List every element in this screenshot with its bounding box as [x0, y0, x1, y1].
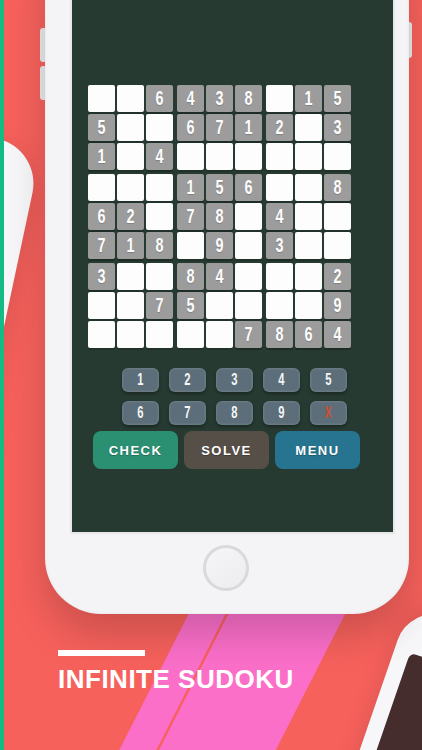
cell-digit: 7 [155, 292, 163, 320]
sudoku-cell-r2c3-empty[interactable] [146, 114, 173, 141]
cell-digit: 3 [215, 85, 223, 113]
sudoku-cell-r3c7-empty[interactable] [266, 143, 293, 170]
cell-digit: 3 [275, 232, 283, 260]
sudoku-cell-r9c4-empty[interactable] [177, 321, 204, 348]
sudoku-cell-r4c7-empty[interactable] [266, 174, 293, 201]
sudoku-cell-r1c9-given[interactable]: 5 [324, 85, 351, 112]
sudoku-cell-r7c2-empty[interactable] [117, 263, 144, 290]
phone-mockup: 651443867115236271815678984337845729864 … [45, 0, 409, 614]
sudoku-cell-r4c9-given[interactable]: 8 [324, 174, 351, 201]
cell-digit: 4 [333, 321, 341, 349]
sudoku-cell-r3c8-empty[interactable] [295, 143, 322, 170]
sudoku-cell-r9c8-given[interactable]: 6 [295, 321, 322, 348]
sudoku-cell-r6c9-empty[interactable] [324, 232, 351, 259]
sudoku-cell-r3c4-empty[interactable] [177, 143, 204, 170]
sudoku-cell-r5c9-empty[interactable] [324, 203, 351, 230]
sudoku-cell-r8c6-empty[interactable] [235, 292, 262, 319]
sudoku-cell-r3c1-given[interactable]: 1 [88, 143, 115, 170]
sudoku-cell-r9c5-empty[interactable] [206, 321, 233, 348]
cell-digit: 7 [97, 232, 105, 260]
sudoku-cell-r1c7-empty[interactable] [266, 85, 293, 112]
caption-underline [58, 650, 145, 656]
cell-digit: 6 [155, 85, 163, 113]
sudoku-cell-r1c6-given[interactable]: 8 [235, 85, 262, 112]
numpad-key-5[interactable]: 5 [310, 368, 347, 392]
sudoku-cell-r8c3-given[interactable]: 7 [146, 292, 173, 319]
numpad-key-8[interactable]: 8 [216, 401, 253, 425]
cell-digit: 6 [304, 321, 312, 349]
sudoku-cell-r3c9-empty[interactable] [324, 143, 351, 170]
sudoku-cell-r4c2-empty[interactable] [117, 174, 144, 201]
sudoku-cell-r2c1-given[interactable]: 5 [88, 114, 115, 141]
sudoku-cell-r2c4-given[interactable]: 6 [177, 114, 204, 141]
sudoku-box-5: 843 [266, 174, 351, 259]
sudoku-cell-r7c1-given[interactable]: 3 [88, 263, 115, 290]
cell-digit: 4 [155, 143, 163, 171]
cell-digit: 4 [215, 263, 223, 291]
sudoku-cell-r7c4-given[interactable]: 8 [177, 263, 204, 290]
cell-digit: 7 [244, 321, 252, 349]
numpad-key-3[interactable]: 3 [216, 368, 253, 392]
numpad-key-erase[interactable]: X [310, 401, 347, 425]
sudoku-cell-r2c9-given[interactable]: 3 [324, 114, 351, 141]
sudoku-cell-r4c6-given[interactable]: 6 [235, 174, 262, 201]
numpad-key-7[interactable]: 7 [169, 401, 206, 425]
numpad-key-9[interactable]: 9 [263, 401, 300, 425]
sudoku-cell-r3c5-empty[interactable] [206, 143, 233, 170]
sudoku-cell-r5c1-given[interactable]: 6 [88, 203, 115, 230]
sudoku-cell-r8c8-empty[interactable] [295, 292, 322, 319]
cell-digit: 9 [333, 292, 341, 320]
sudoku-box-8: 29864 [266, 263, 351, 348]
sudoku-cell-r2c5-given[interactable]: 7 [206, 114, 233, 141]
teal-edge-strip [0, 0, 4, 750]
sudoku-cell-r5c6-empty[interactable] [235, 203, 262, 230]
sudoku-cell-r2c6-given[interactable]: 1 [235, 114, 262, 141]
sudoku-box-6: 37 [88, 263, 173, 348]
sudoku-cell-r9c7-given[interactable]: 8 [266, 321, 293, 348]
sudoku-cell-r2c8-empty[interactable] [295, 114, 322, 141]
cell-digit: 5 [333, 85, 341, 113]
cell-digit: 3 [333, 114, 341, 142]
cell-digit: 5 [97, 114, 105, 142]
cell-digit: 7 [186, 203, 194, 231]
numpad-key-2[interactable]: 2 [169, 368, 206, 392]
sudoku-cell-r2c2-empty[interactable] [117, 114, 144, 141]
sudoku-box-7: 8457 [177, 263, 262, 348]
home-button[interactable] [203, 545, 249, 591]
sudoku-cell-r5c3-empty[interactable] [146, 203, 173, 230]
app-screen: 651443867115236271815678984337845729864 … [72, 0, 393, 532]
sudoku-cell-r9c1-empty[interactable] [88, 321, 115, 348]
cell-digit: 8 [186, 263, 194, 291]
cell-digit: 8 [155, 232, 163, 260]
sudoku-cell-r4c8-empty[interactable] [295, 174, 322, 201]
sudoku-board: 651443867115236271815678984337845729864 [88, 85, 351, 348]
sudoku-cell-r4c4-given[interactable]: 1 [177, 174, 204, 201]
cell-digit: 7 [215, 114, 223, 142]
caption-title: INFINITE SUDOKU [58, 664, 294, 695]
sudoku-cell-r5c8-empty[interactable] [295, 203, 322, 230]
cell-digit: 8 [275, 321, 283, 349]
cell-digit: 4 [186, 85, 194, 113]
sudoku-cell-r8c4-given[interactable]: 5 [177, 292, 204, 319]
numpad-digit: 5 [325, 371, 331, 389]
cell-digit: 8 [215, 203, 223, 231]
cell-digit: 2 [275, 114, 283, 142]
sudoku-cell-r5c5-given[interactable]: 8 [206, 203, 233, 230]
sudoku-cell-r6c7-given[interactable]: 3 [266, 232, 293, 259]
sudoku-cell-r1c2-empty[interactable] [117, 85, 144, 112]
sudoku-cell-r9c9-given[interactable]: 4 [324, 321, 351, 348]
sudoku-cell-r5c7-given[interactable]: 4 [266, 203, 293, 230]
sudoku-cell-r5c4-given[interactable]: 7 [177, 203, 204, 230]
sudoku-cell-r6c3-given[interactable]: 8 [146, 232, 173, 259]
cell-digit: 2 [126, 203, 134, 231]
numpad-digit: 6 [137, 404, 143, 422]
cell-digit: 5 [215, 174, 223, 202]
sudoku-cell-r4c3-empty[interactable] [146, 174, 173, 201]
sudoku-cell-r3c3-given[interactable]: 4 [146, 143, 173, 170]
cell-digit: 1 [304, 85, 312, 113]
numpad-digit: 8 [231, 404, 237, 422]
sudoku-cell-r4c5-given[interactable]: 5 [206, 174, 233, 201]
sudoku-cell-r2c7-given[interactable]: 2 [266, 114, 293, 141]
sudoku-cell-r9c3-empty[interactable] [146, 321, 173, 348]
numpad-digit: 7 [184, 404, 190, 422]
sudoku-cell-r3c2-empty[interactable] [117, 143, 144, 170]
sudoku-cell-r5c2-given[interactable]: 2 [117, 203, 144, 230]
sudoku-box-2: 1523 [266, 85, 351, 170]
sudoku-cell-r8c7-empty[interactable] [266, 292, 293, 319]
cell-digit: 3 [97, 263, 105, 291]
numpad: 123456789X [122, 368, 347, 425]
check-button[interactable]: CHECK [93, 431, 178, 469]
numpad-digit: 3 [231, 371, 237, 389]
numpad-key-4[interactable]: 4 [263, 368, 300, 392]
sudoku-cell-r6c1-given[interactable]: 7 [88, 232, 115, 259]
cell-digit: 8 [333, 174, 341, 202]
sudoku-cell-r7c6-empty[interactable] [235, 263, 262, 290]
sudoku-box-4: 156789 [177, 174, 262, 259]
sudoku-cell-r8c1-empty[interactable] [88, 292, 115, 319]
sudoku-box-1: 438671 [177, 85, 262, 170]
cell-digit: 1 [97, 143, 105, 171]
numpad-digit: 9 [278, 404, 284, 422]
erase-x-glyph: X [325, 404, 332, 422]
sudoku-cell-r8c9-given[interactable]: 9 [324, 292, 351, 319]
sudoku-box-0: 6514 [88, 85, 173, 170]
solve-button[interactable]: SOLVE [184, 431, 269, 469]
sudoku-cell-r9c2-empty[interactable] [117, 321, 144, 348]
sudoku-cell-r6c6-empty[interactable] [235, 232, 262, 259]
cell-digit: 4 [275, 203, 283, 231]
sudoku-cell-r1c4-given[interactable]: 4 [177, 85, 204, 112]
sudoku-cell-r9c6-given[interactable]: 7 [235, 321, 262, 348]
sudoku-cell-r1c8-given[interactable]: 1 [295, 85, 322, 112]
action-buttons: CHECKSOLVEMENU [93, 431, 360, 469]
sudoku-cell-r3c6-empty[interactable] [235, 143, 262, 170]
sudoku-cell-r8c2-empty[interactable] [117, 292, 144, 319]
caption: INFINITE SUDOKU [58, 650, 294, 695]
numpad-key-1[interactable]: 1 [122, 368, 159, 392]
sudoku-cell-r7c3-empty[interactable] [146, 263, 173, 290]
cell-digit: 9 [215, 232, 223, 260]
cell-digit: 5 [186, 292, 194, 320]
numpad-digit: 1 [137, 371, 143, 389]
numpad-digit: 4 [278, 371, 284, 389]
cell-digit: 2 [333, 263, 341, 291]
cell-digit: 6 [244, 174, 252, 202]
cell-digit: 8 [244, 85, 252, 113]
cell-digit: 6 [97, 203, 105, 231]
cell-digit: 6 [186, 114, 194, 142]
app-store-screenshot: { "game": "sudoku", "position": { "notat… [0, 0, 422, 750]
sudoku-cell-r7c7-empty[interactable] [266, 263, 293, 290]
cell-digit: 1 [244, 114, 252, 142]
numpad-digit: 2 [184, 371, 190, 389]
sudoku-box-3: 62718 [88, 174, 173, 259]
sudoku-cell-r6c4-empty[interactable] [177, 232, 204, 259]
numpad-key-6[interactable]: 6 [122, 401, 159, 425]
sudoku-cell-r7c8-empty[interactable] [295, 263, 322, 290]
sudoku-cell-r8c5-empty[interactable] [206, 292, 233, 319]
sudoku-cell-r7c9-given[interactable]: 2 [324, 263, 351, 290]
cell-digit: 1 [126, 232, 134, 260]
sudoku-cell-r6c5-given[interactable]: 9 [206, 232, 233, 259]
sudoku-cell-r6c2-given[interactable]: 1 [117, 232, 144, 259]
sudoku-cell-r1c5-given[interactable]: 3 [206, 85, 233, 112]
sudoku-cell-r6c8-empty[interactable] [295, 232, 322, 259]
sudoku-cell-r4c1-empty[interactable] [88, 174, 115, 201]
background-phone-left [0, 90, 42, 696]
menu-button[interactable]: MENU [275, 431, 360, 469]
sudoku-cell-r7c5-given[interactable]: 4 [206, 263, 233, 290]
cell-digit: 1 [186, 174, 194, 202]
sudoku-cell-r1c1-empty[interactable] [88, 85, 115, 112]
sudoku-cell-r1c3-given[interactable]: 6 [146, 85, 173, 112]
